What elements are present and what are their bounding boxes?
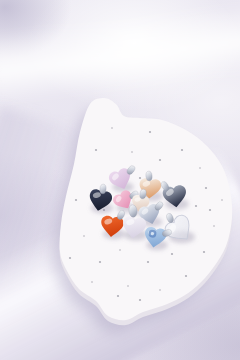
tray-and-charms-layer: [0, 0, 240, 360]
photo-scene: [0, 0, 240, 360]
